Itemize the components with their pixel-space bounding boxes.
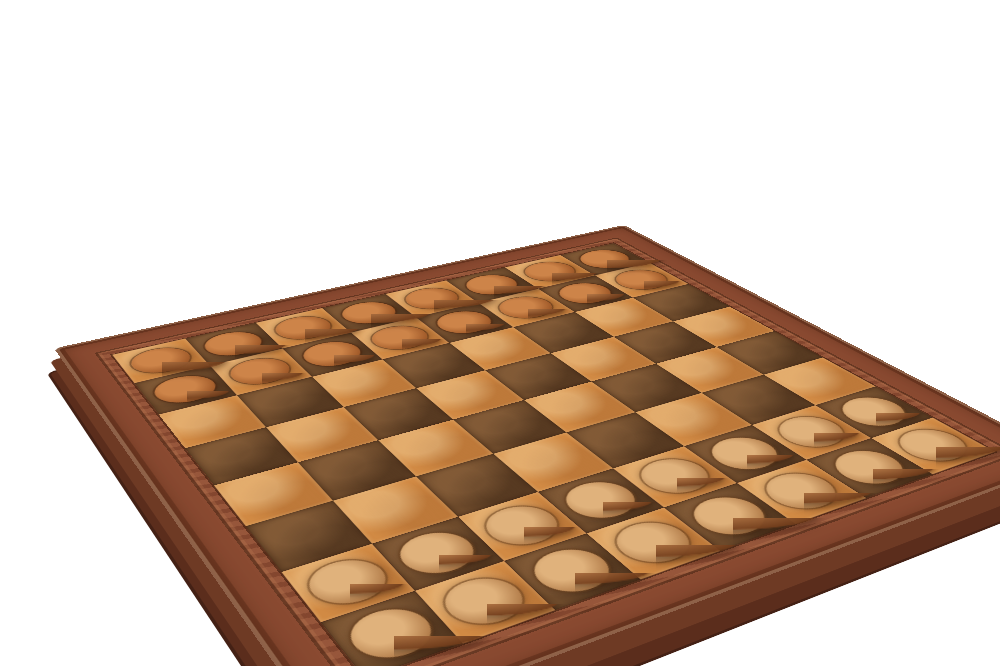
chess-scene: ♜♞♝♛♚♝♞♜♟♟♟♟♟♟♟♟♟♟♟♟♟♟♟♟♜♞♝♛♚♝♞♜ [0, 0, 1000, 666]
piece-black-pawn[interactable]: ♟ [614, 218, 674, 285]
piece-black-pawn[interactable]: ♟ [369, 270, 435, 343]
board-grid: ♜♞♝♛♚♝♞♜♟♟♟♟♟♟♟♟♟♟♟♟♟♟♟♟♜♞♝♛♚♝♞♜ [112, 243, 995, 666]
square-a1[interactable]: ♜ [321, 591, 464, 666]
piece-black-pawn[interactable]: ♟ [434, 256, 498, 327]
piece-black-pawn[interactable]: ♟ [228, 300, 297, 377]
chess-board: ♜♞♝♛♚♝♞♜♟♟♟♟♟♟♟♟♟♟♟♟♟♟♟♟♜♞♝♛♚♝♞♜ [54, 225, 1000, 666]
piece-black-pawn[interactable]: ♟ [300, 284, 367, 359]
piece-black-pawn[interactable]: ♟ [497, 242, 560, 312]
piece-black-pawn[interactable]: ♟ [557, 230, 618, 298]
board-field: ♜♞♝♛♚♝♞♜♟♟♟♟♟♟♟♟♟♟♟♟♟♟♟♟♜♞♝♛♚♝♞♜ [94, 237, 1000, 666]
piece-white-rook[interactable]: ♜ [318, 471, 470, 641]
square-d5[interactable] [416, 370, 524, 419]
piece-black-pawn[interactable]: ♟ [152, 316, 223, 395]
